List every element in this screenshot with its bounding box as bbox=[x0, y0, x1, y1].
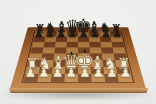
piece-white-pawn-f1[interactable]: ♟ bbox=[92, 66, 104, 79]
piece-white-pawn-e1[interactable]: ♟ bbox=[79, 66, 91, 79]
piece-black-pawn-h7[interactable]: ♟ bbox=[112, 29, 122, 40]
dark-finial-icon bbox=[70, 52, 73, 56]
photo-backdrop: ♜♞♝♛♚♝♞♜♟♟♟♟♟♟♟♟♜♞♝♛♚♝♞♜♟♟♟♟♟♟♟♟ bbox=[0, 0, 156, 104]
piece-black-pawn-e7[interactable]: ♟ bbox=[79, 29, 89, 40]
piece-white-pawn-d1[interactable]: ♟ bbox=[65, 66, 77, 79]
piece-white-pawn-c1[interactable]: ♟ bbox=[52, 66, 64, 79]
piece-black-pawn-d7[interactable]: ♟ bbox=[68, 29, 78, 40]
pieces-layer: ♜♞♝♛♚♝♞♜♟♟♟♟♟♟♟♟♜♞♝♛♚♝♞♜♟♟♟♟♟♟♟♟ bbox=[0, 0, 156, 104]
dark-finial-icon bbox=[83, 50, 86, 54]
piece-white-pawn-b1[interactable]: ♟ bbox=[38, 66, 50, 79]
piece-black-pawn-f7[interactable]: ♟ bbox=[90, 29, 100, 40]
piece-black-pawn-a7[interactable]: ♟ bbox=[34, 29, 44, 40]
piece-white-pawn-g1[interactable]: ♟ bbox=[106, 66, 118, 79]
piece-black-pawn-c7[interactable]: ♟ bbox=[56, 29, 66, 40]
piece-white-pawn-h1[interactable]: ♟ bbox=[120, 66, 132, 79]
piece-white-pawn-a1[interactable]: ♟ bbox=[24, 66, 36, 79]
piece-black-pawn-b7[interactable]: ♟ bbox=[45, 29, 55, 40]
piece-black-pawn-g7[interactable]: ♟ bbox=[101, 29, 111, 40]
